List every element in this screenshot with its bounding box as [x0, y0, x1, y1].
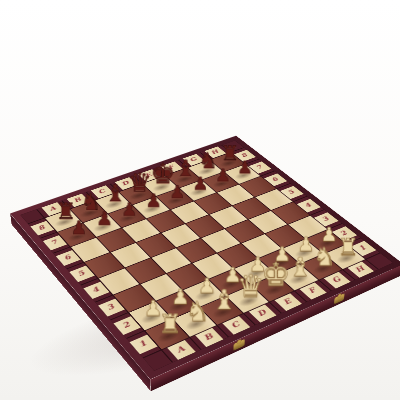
- piece-black-pawn[interactable]: ♟: [187, 175, 213, 193]
- board-grid: ABCDEFGH8♜♞♝♛♚♝♞♜87♟♟♟♟♟♟♟♟7665544332♟♟♟…: [20, 140, 393, 370]
- piece-black-pawn[interactable]: ♟: [90, 209, 118, 228]
- brass-clasp-icon: [334, 293, 345, 304]
- board-face: ABCDEFGH8♜♞♝♛♚♝♞♜87♟♟♟♟♟♟♟♟7665544332♟♟♟…: [10, 136, 400, 380]
- piece-black-pawn[interactable]: ♟: [65, 219, 93, 238]
- piece-white-rook[interactable]: ♜: [154, 311, 186, 337]
- brass-clasp-icon: [234, 339, 245, 351]
- photo-stage: ABCDEFGH8♜♞♝♛♚♝♞♜87♟♟♟♟♟♟♟♟7665544332♟♟♟…: [0, 0, 400, 400]
- piece-white-knight[interactable]: ♞: [182, 299, 213, 326]
- scene: ABCDEFGH8♜♞♝♛♚♝♞♜87♟♟♟♟♟♟♟♟7665544332♟♟♟…: [0, 0, 400, 400]
- piece-black-pawn[interactable]: ♟: [140, 192, 167, 210]
- piece-black-pawn[interactable]: ♟: [115, 200, 142, 219]
- chess-board: ABCDEFGH8♜♞♝♛♚♝♞♜87♟♟♟♟♟♟♟♟7665544332♟♟♟…: [10, 136, 400, 380]
- piece-black-pawn[interactable]: ♟: [164, 183, 191, 201]
